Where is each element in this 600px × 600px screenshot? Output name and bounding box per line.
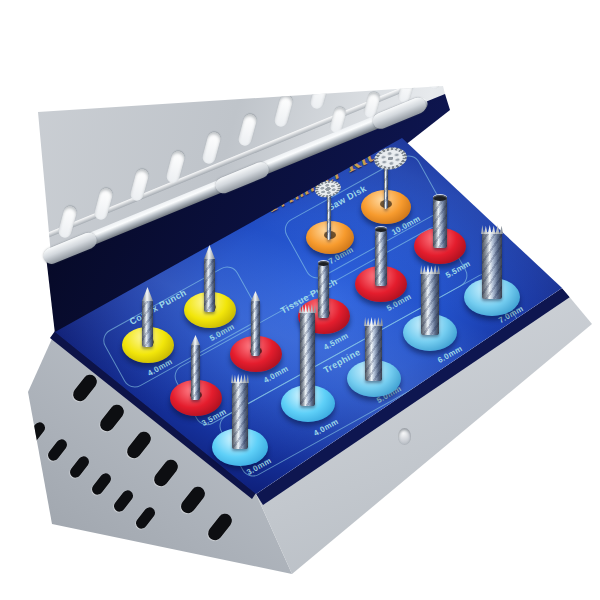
vent-slot	[46, 437, 69, 463]
vent-slot	[24, 420, 47, 446]
trephine-5mm-tool	[365, 325, 382, 381]
trimmer-kit-product-photo: Trimmer Kit Saw Disk Cortex Punch Tissue…	[0, 0, 600, 600]
trephine-4mm-tool	[300, 312, 315, 406]
lid-slot	[427, 62, 445, 90]
trephine-6mm-tool	[421, 272, 439, 335]
tissue-punch-4-5mm-bore	[318, 261, 329, 266]
lid-slot	[273, 94, 294, 128]
lid-slot	[237, 113, 258, 147]
trephine-3mm-tool	[232, 382, 248, 449]
vent-slot	[70, 372, 100, 404]
cortex-punch-4mm-tool	[142, 300, 153, 347]
cortex-punch-5mm-tool	[204, 258, 215, 312]
saw-disk-7mm-shaft	[327, 192, 331, 240]
vent-slot	[90, 471, 113, 497]
tissue-punch-4-5mm-tool	[318, 264, 329, 318]
lid-slot	[309, 76, 330, 110]
tissue-punch-5mm-tool	[375, 230, 387, 286]
vent-slot	[205, 511, 235, 543]
lid-slot	[93, 187, 114, 221]
tissue-punch-3-5mm-tool	[191, 344, 200, 400]
tissue-punch-5mm-bore	[375, 227, 387, 232]
latch-button	[398, 428, 411, 445]
vent-slot	[151, 457, 181, 489]
vent-slot	[68, 454, 91, 480]
vent-slot	[134, 505, 157, 531]
vent-slot	[178, 484, 208, 516]
vent-slot	[112, 488, 135, 514]
trephine-7mm-tool	[482, 232, 502, 299]
vent-slot	[97, 402, 127, 434]
tissue-punch-5-5mm-tool	[433, 198, 447, 248]
tissue-punch-5-5mm-bore	[433, 195, 447, 201]
tissue-punch-4mm-tool	[251, 300, 260, 356]
lid-slot	[201, 131, 222, 165]
vent-slot	[124, 429, 154, 461]
